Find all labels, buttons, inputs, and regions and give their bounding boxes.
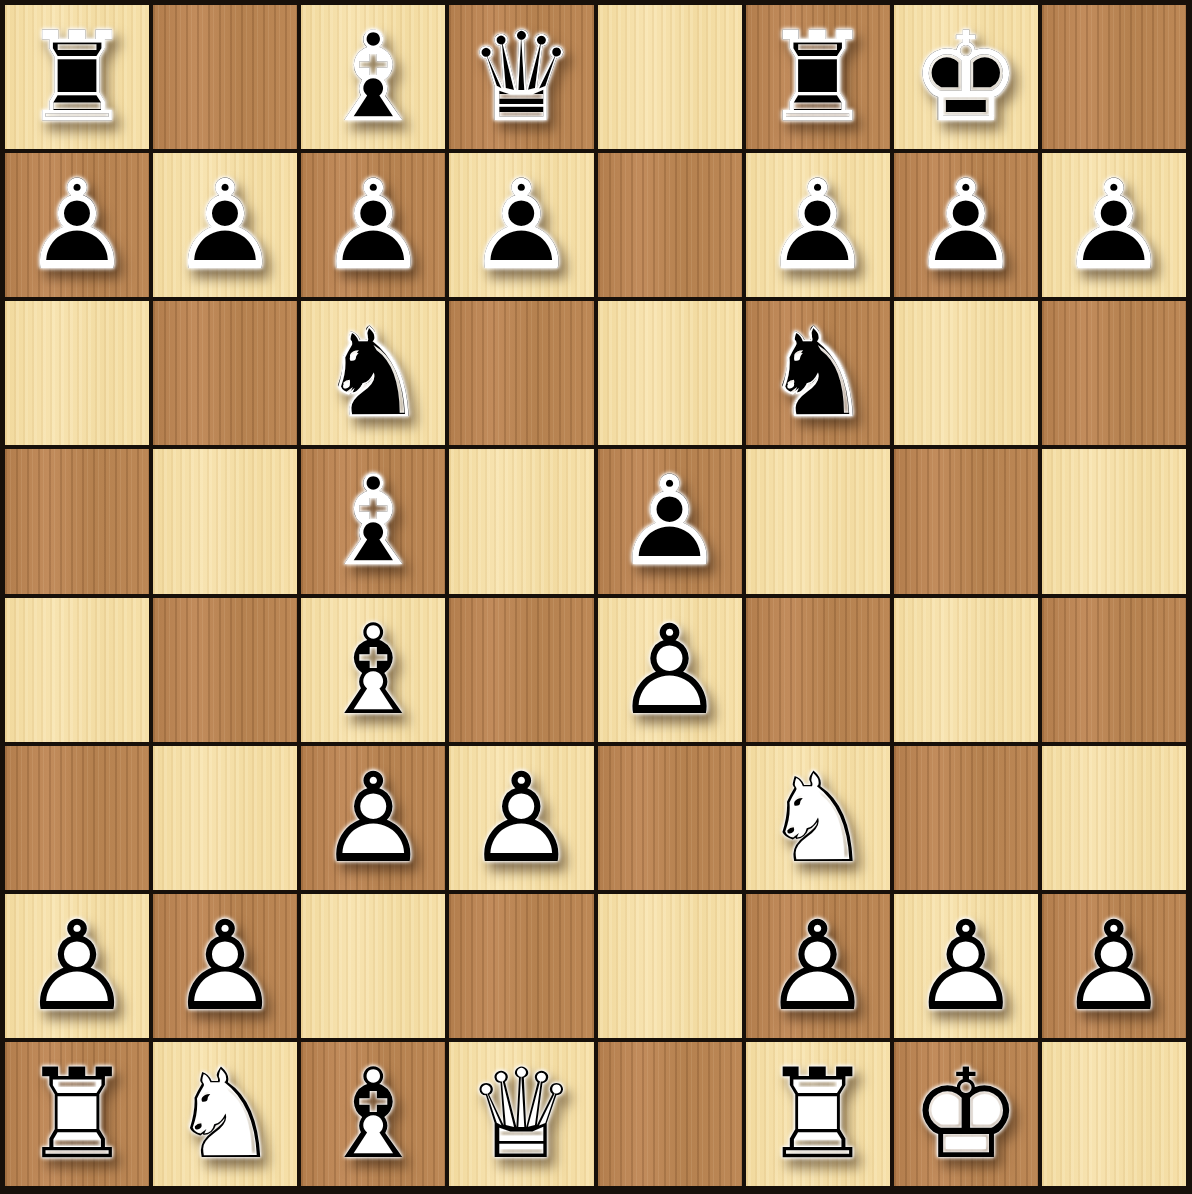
square-f4[interactable] xyxy=(746,598,890,742)
square-c2[interactable] xyxy=(301,894,445,1038)
white-pawn-piece[interactable]: ♟♙ xyxy=(1058,904,1169,1028)
queen-glyph-detail: ♕ xyxy=(466,1052,577,1176)
pawn-glyph-detail: ♙ xyxy=(762,163,873,287)
square-d3[interactable]: ♟♙ xyxy=(449,746,593,890)
square-g4[interactable] xyxy=(894,598,1038,742)
square-d8[interactable]: ♛♕ xyxy=(449,5,593,149)
square-d5[interactable] xyxy=(449,449,593,593)
square-f2[interactable]: ♟♙ xyxy=(746,894,890,1038)
white-rook-piece[interactable]: ♜♖ xyxy=(21,1052,132,1176)
square-h8[interactable] xyxy=(1042,5,1186,149)
square-f6[interactable]: ♞♘ xyxy=(746,301,890,445)
square-e5[interactable]: ♟♙ xyxy=(598,449,742,593)
square-d4[interactable] xyxy=(449,598,593,742)
bishop-glyph-detail: ♗ xyxy=(318,608,429,732)
square-e8[interactable] xyxy=(598,5,742,149)
square-h3[interactable] xyxy=(1042,746,1186,890)
square-b6[interactable] xyxy=(153,301,297,445)
black-bishop-piece[interactable]: ♝♗ xyxy=(318,15,429,139)
square-b8[interactable] xyxy=(153,5,297,149)
square-f3[interactable]: ♞♘ xyxy=(746,746,890,890)
bishop-glyph-detail: ♗ xyxy=(318,1052,429,1176)
pawn-glyph-detail: ♙ xyxy=(762,904,873,1028)
square-g3[interactable] xyxy=(894,746,1038,890)
knight-glyph-detail: ♘ xyxy=(318,311,429,435)
square-b7[interactable]: ♟♙ xyxy=(153,153,297,297)
square-e3[interactable] xyxy=(598,746,742,890)
square-c7[interactable]: ♟♙ xyxy=(301,153,445,297)
pawn-glyph-detail: ♙ xyxy=(170,163,281,287)
square-a2[interactable]: ♟♙ xyxy=(5,894,149,1038)
white-king-piece[interactable]: ♚♔ xyxy=(910,1052,1021,1176)
king-glyph-detail: ♔ xyxy=(910,1052,1021,1176)
square-g2[interactable]: ♟♙ xyxy=(894,894,1038,1038)
square-a4[interactable] xyxy=(5,598,149,742)
pawn-glyph-detail: ♙ xyxy=(170,904,281,1028)
black-knight-piece[interactable]: ♞♘ xyxy=(318,311,429,435)
pawn-glyph-detail: ♙ xyxy=(318,163,429,287)
square-a8[interactable]: ♜♖ xyxy=(5,5,149,149)
black-pawn-piece[interactable]: ♟♙ xyxy=(762,163,873,287)
black-pawn-piece[interactable]: ♟♙ xyxy=(1058,163,1169,287)
black-pawn-piece[interactable]: ♟♙ xyxy=(466,163,577,287)
square-d7[interactable]: ♟♙ xyxy=(449,153,593,297)
square-g5[interactable] xyxy=(894,449,1038,593)
white-pawn-piece[interactable]: ♟♙ xyxy=(910,904,1021,1028)
bishop-glyph-detail: ♗ xyxy=(318,459,429,583)
black-rook-piece[interactable]: ♜♖ xyxy=(762,15,873,139)
rook-glyph-detail: ♖ xyxy=(21,15,132,139)
bishop-glyph-detail: ♗ xyxy=(318,15,429,139)
black-king-piece[interactable]: ♚♔ xyxy=(910,15,1021,139)
black-pawn-piece[interactable]: ♟♙ xyxy=(21,163,132,287)
knight-glyph-detail: ♘ xyxy=(170,1052,281,1176)
pawn-glyph-detail: ♙ xyxy=(614,608,725,732)
white-knight-piece[interactable]: ♞♘ xyxy=(762,756,873,880)
square-h5[interactable] xyxy=(1042,449,1186,593)
square-f8[interactable]: ♜♖ xyxy=(746,5,890,149)
square-h6[interactable] xyxy=(1042,301,1186,445)
square-c4[interactable]: ♝♗ xyxy=(301,598,445,742)
black-queen-piece[interactable]: ♛♕ xyxy=(466,15,577,139)
square-e6[interactable] xyxy=(598,301,742,445)
black-pawn-piece[interactable]: ♟♙ xyxy=(910,163,1021,287)
square-a6[interactable] xyxy=(5,301,149,445)
pawn-glyph-detail: ♙ xyxy=(21,163,132,287)
pawn-glyph-detail: ♙ xyxy=(1058,163,1169,287)
square-c5[interactable]: ♝♗ xyxy=(301,449,445,593)
square-f7[interactable]: ♟♙ xyxy=(746,153,890,297)
white-pawn-piece[interactable]: ♟♙ xyxy=(318,756,429,880)
square-a3[interactable] xyxy=(5,746,149,890)
white-bishop-piece[interactable]: ♝♗ xyxy=(318,1052,429,1176)
square-g6[interactable] xyxy=(894,301,1038,445)
pawn-glyph-detail: ♙ xyxy=(318,756,429,880)
square-e7[interactable] xyxy=(598,153,742,297)
square-a5[interactable] xyxy=(5,449,149,593)
rook-glyph-detail: ♖ xyxy=(762,15,873,139)
black-pawn-piece[interactable]: ♟♙ xyxy=(614,459,725,583)
square-b5[interactable] xyxy=(153,449,297,593)
square-c3[interactable]: ♟♙ xyxy=(301,746,445,890)
square-e2[interactable] xyxy=(598,894,742,1038)
square-h2[interactable]: ♟♙ xyxy=(1042,894,1186,1038)
square-f5[interactable] xyxy=(746,449,890,593)
white-pawn-piece[interactable]: ♟♙ xyxy=(614,608,725,732)
white-queen-piece[interactable]: ♛♕ xyxy=(466,1052,577,1176)
white-pawn-piece[interactable]: ♟♙ xyxy=(21,904,132,1028)
square-b3[interactable] xyxy=(153,746,297,890)
chess-board-frame: ♜♖♝♗♛♕♜♖♚♔♟♙♟♙♟♙♟♙♟♙♟♙♟♙♞♘♞♘♝♗♟♙♝♗♟♙♟♙♟♙… xyxy=(0,0,1192,1194)
white-pawn-piece[interactable]: ♟♙ xyxy=(762,904,873,1028)
pawn-glyph-detail: ♙ xyxy=(21,904,132,1028)
white-pawn-piece[interactable]: ♟♙ xyxy=(466,756,577,880)
square-h1[interactable] xyxy=(1042,1042,1186,1186)
square-g8[interactable]: ♚♔ xyxy=(894,5,1038,149)
chess-board: ♜♖♝♗♛♕♜♖♚♔♟♙♟♙♟♙♟♙♟♙♟♙♟♙♞♘♞♘♝♗♟♙♝♗♟♙♟♙♟♙… xyxy=(5,5,1186,1186)
black-pawn-piece[interactable]: ♟♙ xyxy=(318,163,429,287)
square-a7[interactable]: ♟♙ xyxy=(5,153,149,297)
square-h7[interactable]: ♟♙ xyxy=(1042,153,1186,297)
black-knight-piece[interactable]: ♞♘ xyxy=(762,311,873,435)
square-g7[interactable]: ♟♙ xyxy=(894,153,1038,297)
square-g1[interactable]: ♚♔ xyxy=(894,1042,1038,1186)
square-b1[interactable]: ♞♘ xyxy=(153,1042,297,1186)
knight-glyph-detail: ♘ xyxy=(762,756,873,880)
white-rook-piece[interactable]: ♜♖ xyxy=(762,1052,873,1176)
pawn-glyph-detail: ♙ xyxy=(910,163,1021,287)
square-d6[interactable] xyxy=(449,301,593,445)
queen-glyph-detail: ♕ xyxy=(466,15,577,139)
square-e1[interactable] xyxy=(598,1042,742,1186)
white-bishop-piece[interactable]: ♝♗ xyxy=(318,608,429,732)
square-d1[interactable]: ♛♕ xyxy=(449,1042,593,1186)
square-c8[interactable]: ♝♗ xyxy=(301,5,445,149)
square-b4[interactable] xyxy=(153,598,297,742)
king-glyph-detail: ♔ xyxy=(910,15,1021,139)
pawn-glyph-detail: ♙ xyxy=(466,756,577,880)
white-knight-piece[interactable]: ♞♘ xyxy=(170,1052,281,1176)
rook-glyph-detail: ♖ xyxy=(21,1052,132,1176)
pawn-glyph-detail: ♙ xyxy=(910,904,1021,1028)
square-d2[interactable] xyxy=(449,894,593,1038)
black-pawn-piece[interactable]: ♟♙ xyxy=(170,163,281,287)
square-c1[interactable]: ♝♗ xyxy=(301,1042,445,1186)
white-pawn-piece[interactable]: ♟♙ xyxy=(170,904,281,1028)
square-c6[interactable]: ♞♘ xyxy=(301,301,445,445)
black-rook-piece[interactable]: ♜♖ xyxy=(21,15,132,139)
pawn-glyph-detail: ♙ xyxy=(614,459,725,583)
pawn-glyph-detail: ♙ xyxy=(1058,904,1169,1028)
square-e4[interactable]: ♟♙ xyxy=(598,598,742,742)
rook-glyph-detail: ♖ xyxy=(762,1052,873,1176)
black-bishop-piece[interactable]: ♝♗ xyxy=(318,459,429,583)
knight-glyph-detail: ♘ xyxy=(762,311,873,435)
square-h4[interactable] xyxy=(1042,598,1186,742)
pawn-glyph-detail: ♙ xyxy=(466,163,577,287)
square-f1[interactable]: ♜♖ xyxy=(746,1042,890,1186)
square-a1[interactable]: ♜♖ xyxy=(5,1042,149,1186)
square-b2[interactable]: ♟♙ xyxy=(153,894,297,1038)
